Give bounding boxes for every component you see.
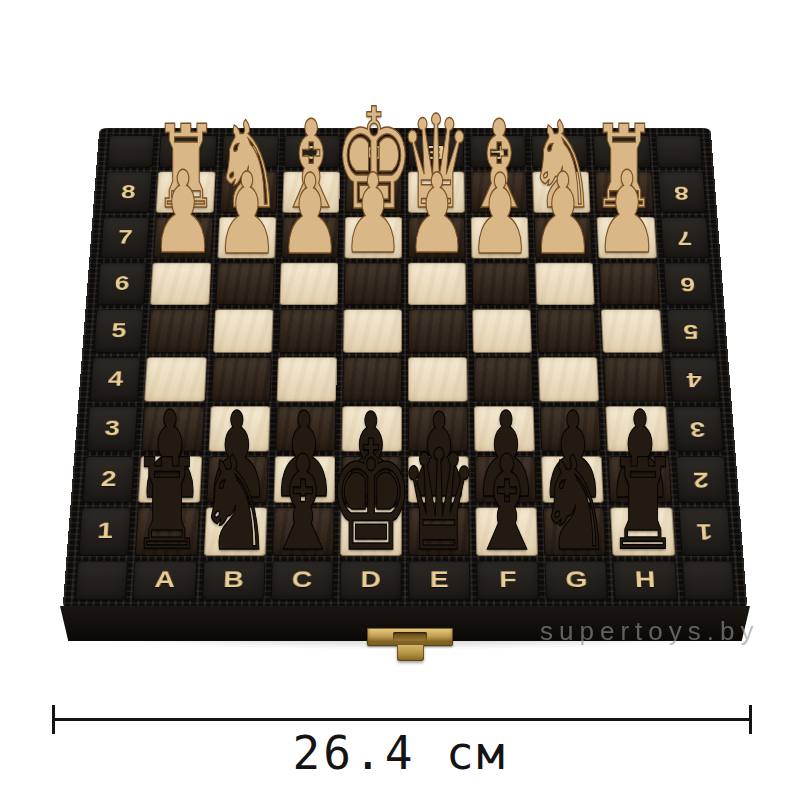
square-c3: [275, 406, 336, 451]
square-a1: [135, 508, 199, 556]
coordinate-letter: D: [360, 568, 381, 594]
rank-label-right-3: 3: [672, 406, 724, 451]
square-g4: [538, 357, 599, 401]
square-c8: [282, 172, 340, 213]
coordinate-letter: G: [550, 141, 571, 162]
square-d3: [341, 406, 402, 451]
square-c4: [276, 357, 336, 401]
coordinate-number: 4: [686, 368, 703, 391]
coordinate-letter: F: [499, 568, 517, 594]
square-e8: [408, 172, 465, 213]
square-h4: [603, 357, 665, 401]
watermark: supertoys.by: [540, 616, 759, 647]
square-g1: [543, 508, 606, 556]
square-a2: [138, 456, 201, 503]
square-h1: [611, 508, 675, 556]
square-g8: [532, 172, 590, 213]
rank-label-right-2: 2: [675, 456, 728, 503]
file-label-bottom-c: C: [270, 560, 333, 600]
rank-label-left-1: 1: [78, 508, 132, 556]
coordinate-number: 3: [104, 417, 121, 441]
square-f7: [471, 217, 529, 259]
coordinate-letter: A: [178, 141, 198, 162]
square-f4: [473, 357, 533, 401]
square-g2: [541, 456, 604, 503]
square-f2: [475, 456, 537, 503]
rank-label-left-3: 3: [86, 406, 138, 451]
coordinate-letter: D: [365, 141, 384, 162]
file-label-bottom-f: F: [476, 560, 539, 600]
rank-label-left-8: 8: [104, 172, 153, 213]
coordinate-number: 6: [114, 273, 130, 295]
coordinate-number: 8: [674, 182, 690, 203]
rank-label-right-4: 4: [669, 357, 721, 401]
square-c1: [272, 508, 335, 556]
square-h7: [597, 217, 657, 259]
rank-label-left-4: 4: [90, 357, 142, 401]
coordinate-number: 7: [117, 227, 133, 249]
square-e7: [408, 217, 466, 259]
square-a6: [151, 262, 211, 304]
rank-label-left-5: 5: [93, 309, 144, 352]
file-label-top-c: C: [283, 135, 340, 168]
coordinate-number: 7: [677, 227, 693, 249]
square-c6: [279, 262, 338, 304]
coordinate-number: 4: [107, 368, 124, 391]
square-b7: [217, 217, 276, 259]
square-b2: [206, 456, 269, 503]
square-g3: [540, 406, 602, 451]
square-f8: [470, 172, 528, 213]
file-label-bottom-e: E: [408, 560, 471, 600]
square-a8: [156, 172, 215, 213]
file-label-bottom-a: A: [133, 560, 197, 600]
file-label-top-f: F: [470, 135, 527, 168]
file-label-top-h: H: [593, 135, 651, 168]
rank-label-right-6: 6: [663, 262, 714, 304]
square-b8: [219, 172, 277, 213]
square-h2: [608, 456, 671, 503]
coordinate-letter: E: [430, 568, 449, 594]
coordinate-number: 2: [693, 467, 710, 491]
square-c2: [273, 456, 335, 503]
frame-corner: [75, 560, 129, 600]
rank-label-right-5: 5: [666, 309, 717, 352]
square-b4: [210, 357, 271, 401]
file-label-bottom-d: D: [339, 560, 402, 600]
coordinate-number: 1: [96, 519, 113, 544]
square-h6: [599, 262, 659, 304]
coordinate-letter: B: [223, 568, 245, 594]
square-d4: [342, 357, 402, 401]
square-e3: [408, 406, 469, 451]
square-a3: [142, 406, 205, 451]
rank-label-right-7: 7: [660, 217, 710, 259]
square-e6: [408, 262, 466, 304]
square-g7: [534, 217, 593, 259]
frame-corner: [655, 135, 703, 168]
square-d8: [345, 172, 402, 213]
square-f3: [474, 406, 535, 451]
square-c5: [278, 309, 338, 352]
square-e5: [408, 309, 467, 352]
brass-clasp-tab-icon: [397, 644, 424, 661]
square-b5: [213, 309, 273, 352]
coordinate-number: 1: [696, 519, 713, 544]
file-label-top-b: B: [221, 135, 279, 168]
square-e4: [408, 357, 468, 401]
square-b6: [215, 262, 275, 304]
square-d2: [341, 456, 402, 503]
square-c7: [281, 217, 339, 259]
square-h5: [601, 309, 662, 352]
rank-label-right-8: 8: [657, 172, 706, 213]
square-f6: [472, 262, 531, 304]
coordinate-letter: E: [427, 141, 444, 162]
coordinate-number: 5: [111, 320, 127, 343]
file-label-bottom-h: H: [613, 560, 677, 600]
coordinate-letter: B: [240, 141, 259, 162]
coordinate-letter: C: [302, 141, 321, 162]
rank-label-left-7: 7: [100, 217, 150, 259]
square-b3: [208, 406, 270, 451]
coordinate-letter: F: [490, 141, 506, 162]
coordinate-number: 8: [120, 182, 136, 203]
frame-corner: [107, 135, 155, 168]
frame-corner: [681, 560, 735, 600]
rank-label-left-2: 2: [82, 456, 135, 503]
rank-label-left-6: 6: [97, 262, 148, 304]
file-label-bottom-b: B: [201, 560, 265, 600]
square-d7: [344, 217, 402, 259]
square-a7: [153, 217, 213, 259]
product-photo: ABCDEFGH8877665544332211ABCDEFGH ♜♞♝♚♛♝♞…: [0, 0, 800, 800]
coordinate-number: 6: [680, 273, 696, 295]
square-h3: [606, 406, 669, 451]
square-e2: [408, 456, 469, 503]
square-g5: [537, 309, 597, 352]
coordinate-letter: C: [291, 568, 312, 594]
chess-board: ABCDEFGH8877665544332211ABCDEFGH: [63, 128, 748, 610]
coordinate-letter: G: [565, 568, 588, 594]
square-d6: [344, 262, 402, 304]
coordinate-letter: H: [634, 568, 656, 594]
coordinate-letter: A: [154, 568, 176, 594]
square-d5: [343, 309, 402, 352]
dimension-label: 26.4 см: [0, 726, 800, 780]
square-f1: [476, 508, 539, 556]
coordinate-number: 2: [100, 467, 117, 491]
coordinate-letter: H: [612, 141, 632, 162]
rank-label-right-1: 1: [678, 508, 732, 556]
square-b1: [203, 508, 266, 556]
file-label-top-a: A: [159, 135, 217, 168]
file-label-top-d: D: [346, 135, 403, 168]
square-e1: [408, 508, 470, 556]
coordinate-number: 3: [689, 417, 706, 441]
square-h8: [595, 172, 654, 213]
dimension-line: [52, 718, 752, 721]
file-label-bottom-g: G: [545, 560, 609, 600]
square-g6: [535, 262, 595, 304]
coordinate-number: 5: [683, 320, 699, 343]
square-a5: [148, 309, 209, 352]
square-a4: [145, 357, 207, 401]
file-label-top-g: G: [531, 135, 589, 168]
file-label-top-e: E: [408, 135, 465, 168]
square-f5: [472, 309, 532, 352]
square-d1: [340, 508, 402, 556]
